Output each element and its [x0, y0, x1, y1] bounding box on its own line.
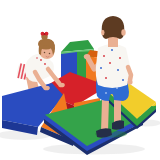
girl-eye [44, 52, 46, 54]
girl-bow-knot [44, 33, 46, 35]
shirt-print-dot [105, 77, 107, 79]
girl-left-hand [58, 83, 65, 88]
shirt-print-dot [111, 49, 113, 51]
shirt-print-dot [119, 57, 121, 59]
shirt-print-dot [103, 55, 105, 57]
girl-shirt-print-dot [40, 59, 42, 61]
girl-shirt-print-dot [36, 57, 38, 59]
boy-right-hand [84, 54, 90, 59]
shirt-print-dot [109, 62, 111, 64]
boy-hair [102, 16, 125, 39]
girl-right-hand [43, 86, 50, 91]
girl-shirt-print-dot [44, 63, 46, 65]
boy-right-ear [121, 29, 125, 35]
boy-left-leg [101, 100, 109, 132]
boy-left-hand [127, 79, 132, 84]
soft-play-product-photo [0, 0, 160, 160]
boy-left-arm [128, 67, 131, 80]
girl-eye [49, 53, 51, 55]
boy-left-ear [101, 30, 104, 36]
shirt-print-dot [100, 67, 102, 69]
shirt-print-dot [117, 69, 119, 71]
boy-tshirt [96, 44, 130, 88]
shorts-print-dot [105, 92, 107, 94]
shirt-print-dot [122, 79, 124, 81]
